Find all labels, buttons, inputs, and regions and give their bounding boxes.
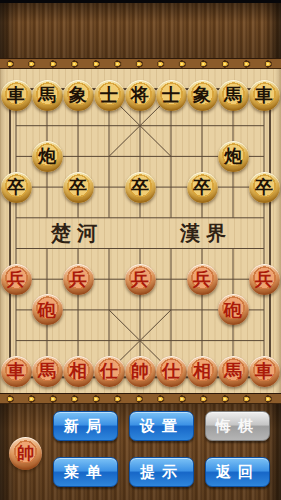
button-grid: 新局 设置 悔棋 菜单 提示 返回 [53,411,270,487]
piece-red-r9c7[interactable]: 馬 [218,356,249,387]
xiangqi-board[interactable]: 楚河 漢界 車馬象士将士象馬車炮炮卒卒卒卒卒兵兵兵兵兵砲砲車馬相仕帥仕相馬車 [0,69,281,393]
bottom-stud-row [0,393,281,404]
settings-button[interactable]: 设置 [129,411,194,441]
piece-red-r6c2[interactable]: 兵 [63,264,94,295]
piece-black-r2c7[interactable]: 炮 [218,141,249,172]
hint-button[interactable]: 提示 [129,457,194,487]
bottom-control-panel: 帥 新局 设置 悔棋 菜单 提示 返回 [0,393,281,500]
piece-red-r9c1[interactable]: 馬 [32,356,63,387]
piece-black-r0c3[interactable]: 士 [94,80,125,111]
piece-black-r0c5[interactable]: 士 [156,80,187,111]
piece-black-r0c1[interactable]: 馬 [32,80,63,111]
piece-red-r6c0[interactable]: 兵 [1,264,32,295]
new-game-button[interactable]: 新局 [53,411,118,441]
piece-red-r9c4[interactable]: 帥 [125,356,156,387]
top-wood-frame [0,0,281,69]
undo-button[interactable]: 悔棋 [205,411,270,441]
piece-red-r6c8[interactable]: 兵 [249,264,280,295]
piece-black-r3c8[interactable]: 卒 [249,172,280,203]
piece-black-r0c4[interactable]: 将 [125,80,156,111]
piece-red-r7c7[interactable]: 砲 [218,294,249,325]
menu-button[interactable]: 菜单 [53,457,118,487]
river-label-chu-he: 楚河 [42,221,106,245]
piece-black-r3c0[interactable]: 卒 [1,172,32,203]
piece-red-r9c2[interactable]: 相 [63,356,94,387]
piece-black-r3c4[interactable]: 卒 [125,172,156,203]
piece-black-r0c6[interactable]: 象 [187,80,218,111]
piece-red-r9c0[interactable]: 車 [1,356,32,387]
piece-red-r6c6[interactable]: 兵 [187,264,218,295]
piece-red-r9c6[interactable]: 相 [187,356,218,387]
red-turn-indicator: 帥 [9,437,42,470]
top-stud-row [0,58,281,69]
piece-red-r6c4[interactable]: 兵 [125,264,156,295]
river-label-han-jie: 漢界 [171,221,235,245]
piece-black-r0c0[interactable]: 車 [1,80,32,111]
piece-red-r9c8[interactable]: 車 [249,356,280,387]
back-button[interactable]: 返回 [205,457,270,487]
piece-black-r2c1[interactable]: 炮 [32,141,63,172]
piece-red-r9c5[interactable]: 仕 [156,356,187,387]
xiangqi-app: 楚河 漢界 車馬象士将士象馬車炮炮卒卒卒卒卒兵兵兵兵兵砲砲車馬相仕帥仕相馬車 帥… [0,0,281,500]
piece-black-r0c7[interactable]: 馬 [218,80,249,111]
piece-black-r0c8[interactable]: 車 [249,80,280,111]
piece-red-r7c1[interactable]: 砲 [32,294,63,325]
piece-red-r9c3[interactable]: 仕 [94,356,125,387]
piece-black-r3c6[interactable]: 卒 [187,172,218,203]
piece-black-r0c2[interactable]: 象 [63,80,94,111]
top-wood-texture [0,3,281,58]
piece-black-r3c2[interactable]: 卒 [63,172,94,203]
